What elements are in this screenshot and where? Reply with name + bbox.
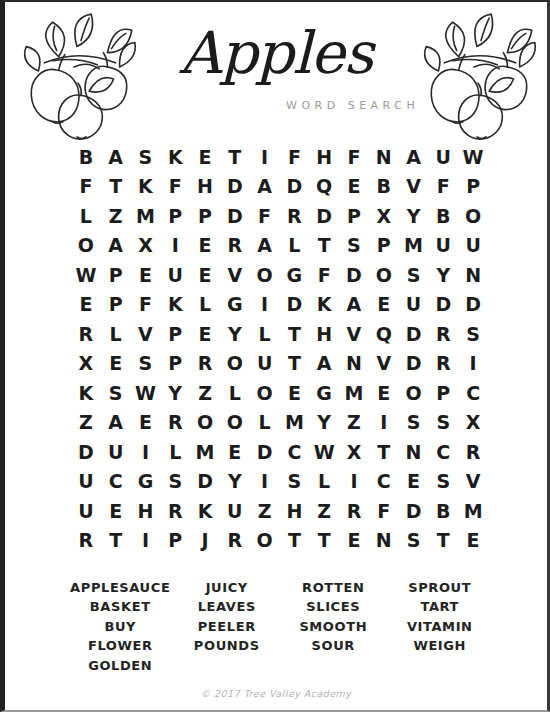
grid-cell[interactable]: B — [369, 172, 399, 202]
grid-cell[interactable]: I — [369, 408, 399, 438]
grid-cell[interactable]: U — [428, 231, 458, 261]
grid-cell[interactable]: F — [428, 172, 458, 202]
grid-cell[interactable]: W — [309, 437, 339, 467]
grid-cell[interactable]: E — [399, 467, 429, 497]
grid-cell[interactable]: D — [458, 290, 488, 320]
word-list-column: SPROUTTARTVITAMINWEIGH — [387, 578, 494, 675]
grid-cell[interactable]: O — [220, 408, 250, 438]
grid-cell[interactable]: I — [131, 526, 161, 556]
grid-cell[interactable]: V — [220, 260, 250, 290]
grid-cell[interactable]: H — [280, 496, 310, 526]
grid-cell[interactable]: Q — [309, 172, 339, 202]
grid-cell[interactable]: T — [280, 526, 310, 556]
grid-cell[interactable]: D — [220, 172, 250, 202]
grid-cell[interactable]: R — [190, 349, 220, 379]
word-list-item: WEIGH — [387, 636, 494, 655]
grid-cell[interactable]: W — [131, 378, 161, 408]
grid-cell[interactable]: H — [190, 172, 220, 202]
page-subtitle: WORD SEARCH — [286, 99, 419, 112]
word-list-item: JUICY — [174, 578, 281, 597]
grid-cell[interactable]: S — [428, 408, 458, 438]
grid-cell[interactable]: A — [101, 231, 131, 261]
grid-cell[interactable]: X — [71, 349, 101, 379]
grid-cell[interactable]: D — [309, 201, 339, 231]
grid-cell[interactable]: F — [131, 290, 161, 320]
grid-cell[interactable]: E — [369, 290, 399, 320]
grid-cell[interactable]: D — [71, 437, 101, 467]
title-block: Apples — [5, 14, 547, 92]
grid-cell[interactable]: D — [220, 201, 250, 231]
grid-cell[interactable]: E — [71, 290, 101, 320]
grid-cell[interactable]: Y — [160, 378, 190, 408]
grid-cell[interactable]: Y — [399, 201, 429, 231]
grid-cell[interactable]: P — [101, 290, 131, 320]
grid-cell[interactable]: S — [131, 142, 161, 172]
grid-cell[interactable]: M — [458, 496, 488, 526]
grid-cell[interactable]: D — [190, 467, 220, 497]
grid-cell[interactable]: P — [369, 231, 399, 261]
grid-cell[interactable]: A — [250, 231, 280, 261]
grid-cell[interactable]: J — [190, 526, 220, 556]
grid-cell[interactable]: L — [250, 408, 280, 438]
word-list-item: ROTTEN — [280, 578, 387, 597]
grid-cell[interactable]: A — [101, 408, 131, 438]
grid-cell[interactable]: S — [280, 467, 310, 497]
grid-cell[interactable]: S — [428, 467, 458, 497]
grid-cell[interactable]: O — [250, 260, 280, 290]
grid-cell[interactable]: T — [309, 526, 339, 556]
grid-cell[interactable]: P — [339, 201, 369, 231]
grid-cell[interactable]: G — [309, 378, 339, 408]
grid-cell[interactable]: T — [369, 437, 399, 467]
grid-cell[interactable]: U — [71, 467, 101, 497]
grid-cell[interactable]: K — [190, 496, 220, 526]
grid-cell[interactable]: U — [101, 437, 131, 467]
grid-cell[interactable]: D — [428, 290, 458, 320]
grid-cell[interactable]: S — [399, 526, 429, 556]
grid-cell[interactable]: Z — [250, 496, 280, 526]
grid-cell[interactable]: M — [131, 201, 161, 231]
grid-cell[interactable]: P — [160, 319, 190, 349]
grid-cell[interactable]: T — [280, 319, 310, 349]
word-list-column: JUICYLEAVESPEELERPOUNDS — [174, 578, 281, 675]
grid-cell[interactable]: Y — [428, 260, 458, 290]
grid-cell[interactable]: V — [339, 319, 369, 349]
grid-cell[interactable]: H — [131, 496, 161, 526]
grid-cell[interactable]: Z — [190, 378, 220, 408]
grid-cell[interactable]: E — [131, 408, 161, 438]
grid-cell[interactable]: D — [280, 290, 310, 320]
grid-cell[interactable]: F — [339, 142, 369, 172]
grid-cell[interactable]: L — [190, 290, 220, 320]
grid-cell[interactable]: G — [220, 290, 250, 320]
word-list-column: APPLESAUCEBASKETBUYFLOWERGOLDEN — [67, 578, 174, 675]
grid-cell[interactable]: S — [131, 349, 161, 379]
grid-cell[interactable]: O — [250, 526, 280, 556]
grid-cell[interactable]: L — [101, 319, 131, 349]
grid-cell[interactable]: R — [280, 201, 310, 231]
grid-cell[interactable]: K — [71, 378, 101, 408]
grid-cell[interactable]: O — [220, 349, 250, 379]
grid-cell[interactable]: O — [250, 378, 280, 408]
grid-cell[interactable]: E — [190, 260, 220, 290]
grid-cell[interactable]: X — [339, 437, 369, 467]
word-list-item: APPLESAUCE — [67, 578, 174, 597]
grid-cell[interactable]: R — [458, 437, 488, 467]
grid-cell[interactable]: E — [280, 378, 310, 408]
word-list-column: ROTTENSLICESSMOOTHSOUR — [280, 578, 387, 675]
grid-cell[interactable]: E — [190, 319, 220, 349]
grid-cell[interactable]: L — [309, 467, 339, 497]
grid-cell[interactable]: C — [280, 437, 310, 467]
grid-cell[interactable]: B — [428, 496, 458, 526]
grid-cell[interactable]: X — [458, 408, 488, 438]
grid-cell[interactable]: D — [399, 349, 429, 379]
word-list-item: TART — [387, 597, 494, 616]
grid-cell[interactable]: V — [131, 319, 161, 349]
grid-cell[interactable]: D — [280, 172, 310, 202]
grid-cell[interactable]: A — [250, 172, 280, 202]
grid-cell[interactable]: A — [339, 290, 369, 320]
word-list-item: GOLDEN — [67, 656, 174, 675]
grid-cell[interactable]: L — [220, 378, 250, 408]
grid-cell[interactable]: D — [399, 319, 429, 349]
grid-cell[interactable]: I — [339, 467, 369, 497]
grid-cell[interactable]: S — [339, 231, 369, 261]
grid-cell[interactable]: R — [160, 408, 190, 438]
word-list-item: BUY — [67, 617, 174, 636]
grid-cell[interactable]: D — [339, 260, 369, 290]
grid-cell[interactable]: Z — [309, 496, 339, 526]
grid-cell[interactable]: X — [369, 201, 399, 231]
grid-cell[interactable]: M — [399, 231, 429, 261]
grid-cell[interactable]: E — [339, 526, 369, 556]
grid-cell[interactable]: O — [369, 260, 399, 290]
word-list-item: FLOWER — [67, 636, 174, 655]
grid-cell[interactable]: V — [369, 349, 399, 379]
grid-cell[interactable]: Q — [369, 319, 399, 349]
grid-cell[interactable]: K — [160, 290, 190, 320]
grid-cell[interactable]: R — [428, 349, 458, 379]
grid-cell[interactable]: Y — [220, 319, 250, 349]
grid-cell[interactable]: K — [131, 172, 161, 202]
word-list-item: SLICES — [280, 597, 387, 616]
grid-cell[interactable]: N — [399, 437, 429, 467]
grid-cell[interactable]: U — [71, 496, 101, 526]
grid-cell[interactable]: C — [458, 378, 488, 408]
grid-cell[interactable]: X — [131, 231, 161, 261]
grid-cell[interactable]: E — [131, 260, 161, 290]
grid-cell[interactable]: P — [160, 201, 190, 231]
grid-cell[interactable]: R — [71, 319, 101, 349]
grid-cell[interactable]: S — [399, 260, 429, 290]
grid-cell[interactable]: T — [101, 526, 131, 556]
grid-cell[interactable]: P — [190, 201, 220, 231]
grid-cell[interactable]: I — [250, 142, 280, 172]
grid-cell[interactable]: S — [458, 319, 488, 349]
grid-cell[interactable]: A — [399, 142, 429, 172]
grid-cell[interactable]: U — [458, 231, 488, 261]
grid-cell[interactable]: N — [369, 142, 399, 172]
grid-cell[interactable]: S — [101, 378, 131, 408]
grid-cell[interactable]: E — [190, 231, 220, 261]
grid-cell[interactable]: E — [101, 496, 131, 526]
grid-cell[interactable]: I — [250, 290, 280, 320]
grid-cell[interactable]: T — [280, 349, 310, 379]
grid-cell[interactable]: F — [250, 201, 280, 231]
grid-cell[interactable]: M — [339, 378, 369, 408]
grid-cell[interactable]: N — [458, 260, 488, 290]
grid-cell[interactable]: E — [190, 142, 220, 172]
word-grid: BASKETIFHFNAUWFTKFHDADQEBVFPLZMPPDFRDPXY… — [71, 142, 488, 555]
grid-cell[interactable]: U — [428, 142, 458, 172]
word-list-item: SMOOTH — [280, 617, 387, 636]
grid-cell[interactable]: H — [309, 142, 339, 172]
word-list-item: LEAVES — [174, 597, 281, 616]
grid-cell[interactable]: C — [369, 467, 399, 497]
grid-cell[interactable]: A — [309, 349, 339, 379]
grid-cell[interactable]: K — [160, 142, 190, 172]
grid-cell[interactable]: T — [428, 526, 458, 556]
grid-cell[interactable]: P — [428, 378, 458, 408]
grid-cell[interactable]: I — [458, 349, 488, 379]
grid-cell[interactable]: P — [458, 172, 488, 202]
grid-cell[interactable]: U — [399, 290, 429, 320]
grid-cell[interactable]: Y — [309, 408, 339, 438]
word-list-item: SOUR — [280, 636, 387, 655]
copyright-footer: © 2017 Tree Valley Academy — [5, 688, 547, 699]
grid-cell[interactable]: Z — [101, 201, 131, 231]
grid-cell[interactable]: E — [220, 437, 250, 467]
grid-cell[interactable]: O — [458, 201, 488, 231]
grid-cell[interactable]: B — [428, 201, 458, 231]
grid-cell[interactable]: R — [220, 231, 250, 261]
grid-cell[interactable]: M — [280, 408, 310, 438]
grid-cell[interactable]: P — [101, 260, 131, 290]
grid-cell[interactable]: T — [101, 172, 131, 202]
grid-cell[interactable]: L — [160, 437, 190, 467]
grid-cell[interactable]: E — [339, 172, 369, 202]
grid-cell[interactable]: K — [309, 290, 339, 320]
page-title: Apples — [5, 14, 547, 92]
worksheet-page: Apples WORD SEARCH BASKETIFHFNAUWFTKFHDA… — [0, 0, 550, 712]
grid-cell[interactable]: I — [160, 231, 190, 261]
grid-cell[interactable]: C — [101, 467, 131, 497]
grid-cell[interactable]: H — [309, 319, 339, 349]
grid-cell[interactable]: D — [250, 437, 280, 467]
grid-cell[interactable]: E — [369, 378, 399, 408]
grid-cell[interactable]: O — [190, 408, 220, 438]
grid-cell[interactable]: U — [220, 496, 250, 526]
word-list-item: SPROUT — [387, 578, 494, 597]
grid-cell[interactable]: E — [101, 349, 131, 379]
grid-cell[interactable]: R — [428, 319, 458, 349]
grid-cell[interactable]: I — [131, 437, 161, 467]
grid-cell[interactable]: Z — [339, 408, 369, 438]
grid-cell[interactable]: W — [458, 142, 488, 172]
word-list-item: POUNDS — [174, 636, 281, 655]
grid-cell[interactable]: C — [428, 437, 458, 467]
grid-cell[interactable]: T — [220, 142, 250, 172]
grid-cell[interactable]: Z — [71, 408, 101, 438]
grid-cell[interactable]: F — [280, 142, 310, 172]
grid-cell[interactable]: M — [190, 437, 220, 467]
grid-cell[interactable]: F — [160, 172, 190, 202]
grid-cell[interactable]: P — [160, 349, 190, 379]
grid-cell[interactable]: F — [71, 172, 101, 202]
word-list-item: BASKET — [67, 597, 174, 616]
grid-cell[interactable]: O — [71, 231, 101, 261]
word-list-item: PEELER — [174, 617, 281, 636]
grid-cell[interactable]: T — [309, 231, 339, 261]
grid-cell[interactable]: O — [399, 378, 429, 408]
word-list-item: VITAMIN — [387, 617, 494, 636]
word-list: APPLESAUCEBASKETBUYFLOWERGOLDENJUICYLEAV… — [67, 578, 493, 675]
grid-cell[interactable]: R — [71, 526, 101, 556]
grid-cell[interactable]: G — [131, 467, 161, 497]
grid-cell[interactable]: N — [339, 349, 369, 379]
grid-cell[interactable]: E — [458, 526, 488, 556]
grid-cell[interactable]: A — [101, 142, 131, 172]
grid-cell[interactable]: R — [220, 526, 250, 556]
grid-cell[interactable]: P — [160, 526, 190, 556]
grid-cell[interactable]: B — [71, 142, 101, 172]
grid-cell[interactable]: S — [160, 467, 190, 497]
grid-cell[interactable]: S — [399, 408, 429, 438]
grid-cell[interactable]: F — [309, 260, 339, 290]
grid-cell[interactable]: G — [280, 260, 310, 290]
grid-cell[interactable]: L — [280, 231, 310, 261]
grid-cell[interactable]: V — [399, 172, 429, 202]
grid-cell[interactable]: L — [71, 201, 101, 231]
grid-cell[interactable]: W — [71, 260, 101, 290]
grid-cell[interactable]: D — [399, 496, 429, 526]
grid-cell[interactable]: U — [250, 349, 280, 379]
grid-cell[interactable]: L — [250, 319, 280, 349]
grid-cell[interactable]: V — [458, 467, 488, 497]
grid-cell[interactable]: I — [250, 467, 280, 497]
grid-cell[interactable]: F — [369, 496, 399, 526]
grid-cell[interactable]: R — [160, 496, 190, 526]
grid-cell[interactable]: N — [369, 526, 399, 556]
grid-cell[interactable]: Y — [220, 467, 250, 497]
grid-cell[interactable]: U — [160, 260, 190, 290]
grid-cell[interactable]: R — [339, 496, 369, 526]
